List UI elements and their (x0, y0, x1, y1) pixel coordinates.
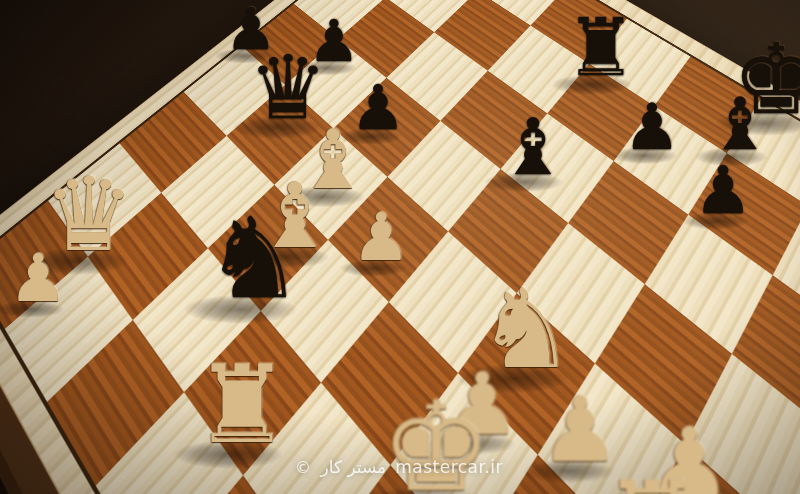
copyright-icon: © (295, 458, 312, 477)
piece-white-rook-g2[interactable]: ♜ (601, 467, 703, 494)
black-pawn-glyph: ♟ (623, 90, 680, 164)
piece-white-pawn-a1[interactable]: ♟ (8, 246, 67, 312)
piece-white-pawn-d5[interactable]: ♟ (351, 205, 410, 271)
black-rook-glyph: ♜ (565, 1, 637, 94)
watermark: © مستر کار mastercar.ir (295, 457, 503, 477)
piece-black-pawn-g6[interactable]: ♟ (693, 158, 752, 224)
piece-white-rook-c2[interactable]: ♜ (194, 351, 291, 459)
watermark-site-text: mastercar.ir (395, 457, 503, 477)
white-pawn-glyph: ♟ (351, 199, 410, 276)
white-rook-glyph: ♜ (601, 457, 703, 494)
piece-black-bishop-h7[interactable]: ♝ (708, 88, 773, 160)
black-pawn-glyph: ♟ (693, 152, 752, 229)
chess-photo-scene: ♟♟♜♚♛♟♟♝♝♝♟♝♛♟♞♟♞♟♜♟♚♟♜ © مستر کار maste… (0, 0, 800, 494)
piece-black-bishop-f7[interactable]: ♝ (498, 108, 568, 186)
watermark-persian-text: مستر کار (321, 457, 387, 477)
black-bishop-glyph: ♝ (498, 102, 568, 192)
piece-black-knight-c3[interactable]: ♞ (204, 202, 304, 314)
piece-black-pawn-g7[interactable]: ♟ (623, 95, 680, 159)
white-pawn-glyph: ♟ (8, 240, 67, 317)
piece-white-king-e2[interactable]: ♚ (380, 385, 491, 494)
white-rook-glyph: ♜ (194, 342, 291, 467)
piece-black-rook-f8[interactable]: ♜ (565, 8, 637, 88)
pieces-layer: ♟♟♜♚♛♟♟♝♝♝♟♝♛♟♞♟♞♟♜♟♚♟♜ (0, 0, 800, 494)
black-knight-glyph: ♞ (204, 193, 304, 323)
